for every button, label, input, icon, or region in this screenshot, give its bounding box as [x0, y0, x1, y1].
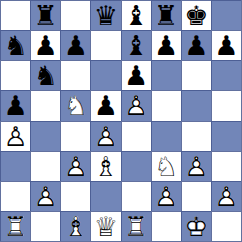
- square-h1[interactable]: [211, 211, 241, 241]
- piece-white-bishop[interactable]: ♝♗: [91, 152, 120, 181]
- piece-white-king[interactable]: ♚♔: [182, 212, 211, 241]
- piece-black-queen[interactable]: ♛: [91, 1, 120, 30]
- square-g5[interactable]: [181, 90, 211, 120]
- square-f6[interactable]: [151, 60, 181, 90]
- square-c8[interactable]: [60, 0, 90, 30]
- piece-black-pawn[interactable]: ♟: [61, 31, 90, 60]
- square-c5[interactable]: ♞♘: [60, 90, 90, 120]
- piece-black-knight[interactable]: ♞: [31, 61, 60, 90]
- square-d8[interactable]: ♛: [90, 0, 120, 30]
- square-d4[interactable]: ♟♙: [90, 121, 120, 151]
- square-e6[interactable]: ♟: [121, 60, 151, 90]
- square-f4[interactable]: [151, 121, 181, 151]
- piece-white-pawn[interactable]: ♟♙: [1, 122, 30, 151]
- piece-white-pawn[interactable]: ♟♙: [91, 122, 120, 151]
- piece-black-pawn[interactable]: ♟: [1, 91, 30, 120]
- square-h4[interactable]: [211, 121, 241, 151]
- square-g4[interactable]: [181, 121, 211, 151]
- square-h5[interactable]: [211, 90, 241, 120]
- square-d2[interactable]: [90, 181, 120, 211]
- square-a8[interactable]: [0, 0, 30, 30]
- square-g6[interactable]: [181, 60, 211, 90]
- piece-white-bishop[interactable]: ♝♗: [61, 212, 90, 241]
- piece-white-pawn[interactable]: ♟♙: [122, 91, 151, 120]
- square-c2[interactable]: [60, 181, 90, 211]
- square-a4[interactable]: ♟♙: [0, 121, 30, 151]
- square-e1[interactable]: ♜♖: [121, 211, 151, 241]
- square-h3[interactable]: [211, 151, 241, 181]
- chess-board: ♜♛♝♜♚♞♟♟♝♟♟♟♞♟♟♞♘♟♟♙♟♙♟♙♟♙♝♗♞♘♟♙♟♙♟♙♟♙♜♖…: [0, 0, 242, 242]
- piece-white-knight[interactable]: ♞♘: [152, 152, 181, 181]
- square-d7[interactable]: [90, 30, 120, 60]
- piece-white-rook[interactable]: ♜♖: [122, 212, 151, 241]
- piece-black-rook[interactable]: ♜: [31, 1, 60, 30]
- square-h7[interactable]: ♟: [211, 30, 241, 60]
- square-f7[interactable]: ♟: [151, 30, 181, 60]
- piece-black-king[interactable]: ♚: [182, 1, 211, 30]
- piece-black-pawn[interactable]: ♟: [182, 31, 211, 60]
- square-c4[interactable]: [60, 121, 90, 151]
- square-a5[interactable]: ♟: [0, 90, 30, 120]
- square-e7[interactable]: ♝: [121, 30, 151, 60]
- square-e5[interactable]: ♟♙: [121, 90, 151, 120]
- piece-black-rook[interactable]: ♜: [152, 1, 181, 30]
- square-b7[interactable]: ♟: [30, 30, 60, 60]
- piece-black-pawn[interactable]: ♟: [122, 61, 151, 90]
- piece-white-pawn[interactable]: ♟♙: [182, 152, 211, 181]
- square-d6[interactable]: [90, 60, 120, 90]
- square-a7[interactable]: ♞: [0, 30, 30, 60]
- square-b6[interactable]: ♞: [30, 60, 60, 90]
- piece-white-rook[interactable]: ♜♖: [1, 212, 30, 241]
- piece-white-pawn[interactable]: ♟♙: [61, 152, 90, 181]
- square-a1[interactable]: ♜♖: [0, 211, 30, 241]
- square-f8[interactable]: ♜: [151, 0, 181, 30]
- square-c3[interactable]: ♟♙: [60, 151, 90, 181]
- square-a2[interactable]: [0, 181, 30, 211]
- square-c7[interactable]: ♟: [60, 30, 90, 60]
- square-b2[interactable]: ♟♙: [30, 181, 60, 211]
- square-h6[interactable]: [211, 60, 241, 90]
- square-g7[interactable]: ♟: [181, 30, 211, 60]
- square-g1[interactable]: ♚♔: [181, 211, 211, 241]
- piece-black-pawn[interactable]: ♟: [152, 31, 181, 60]
- square-d1[interactable]: ♛♕: [90, 211, 120, 241]
- piece-white-queen[interactable]: ♛♕: [91, 212, 120, 241]
- square-g3[interactable]: ♟♙: [181, 151, 211, 181]
- square-a6[interactable]: [0, 60, 30, 90]
- square-d5[interactable]: ♟: [90, 90, 120, 120]
- square-c6[interactable]: [60, 60, 90, 90]
- piece-white-knight[interactable]: ♞♘: [61, 91, 90, 120]
- square-f3[interactable]: ♞♘: [151, 151, 181, 181]
- square-f5[interactable]: [151, 90, 181, 120]
- square-g8[interactable]: ♚: [181, 0, 211, 30]
- square-b4[interactable]: [30, 121, 60, 151]
- square-g2[interactable]: [181, 181, 211, 211]
- square-b8[interactable]: ♜: [30, 0, 60, 30]
- square-h2[interactable]: ♟♙: [211, 181, 241, 211]
- square-h8[interactable]: [211, 0, 241, 30]
- square-c1[interactable]: ♝♗: [60, 211, 90, 241]
- piece-black-knight[interactable]: ♞: [1, 31, 30, 60]
- square-f2[interactable]: ♟♙: [151, 181, 181, 211]
- square-e4[interactable]: [121, 121, 151, 151]
- piece-black-pawn[interactable]: ♟: [31, 31, 60, 60]
- piece-white-pawn[interactable]: ♟♙: [31, 182, 60, 211]
- piece-white-pawn[interactable]: ♟♙: [212, 182, 241, 211]
- square-d3[interactable]: ♝♗: [90, 151, 120, 181]
- square-e2[interactable]: [121, 181, 151, 211]
- piece-black-pawn[interactable]: ♟: [91, 91, 120, 120]
- square-b5[interactable]: [30, 90, 60, 120]
- square-f1[interactable]: [151, 211, 181, 241]
- square-a3[interactable]: [0, 151, 30, 181]
- square-e3[interactable]: [121, 151, 151, 181]
- piece-black-bishop[interactable]: ♝: [122, 1, 151, 30]
- square-b3[interactable]: [30, 151, 60, 181]
- piece-black-pawn[interactable]: ♟: [212, 31, 241, 60]
- square-e8[interactable]: ♝: [121, 0, 151, 30]
- piece-black-bishop[interactable]: ♝: [122, 31, 151, 60]
- piece-white-pawn[interactable]: ♟♙: [152, 182, 181, 211]
- square-b1[interactable]: [30, 211, 60, 241]
